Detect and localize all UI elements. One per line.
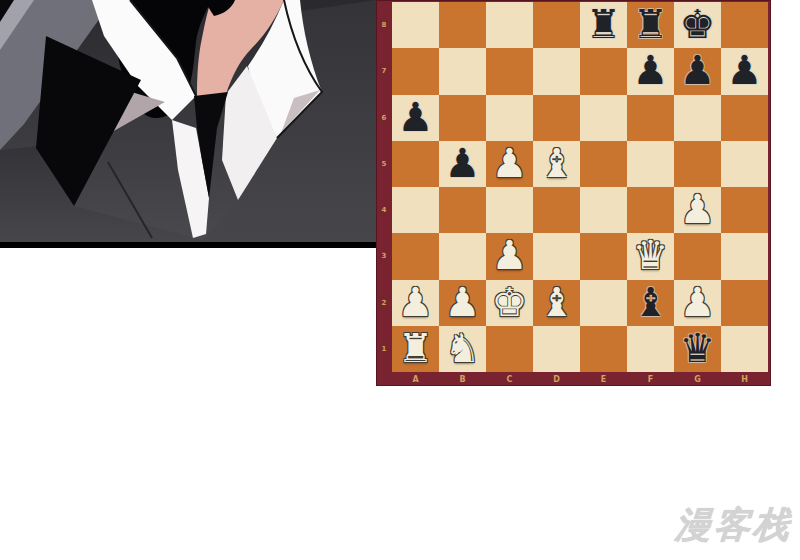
- piece-bp-g7: ♟: [680, 50, 716, 90]
- piece-wb-d2: ♝: [539, 282, 575, 322]
- square-e6: [580, 95, 627, 141]
- rank-label-2: 2: [376, 280, 392, 326]
- square-f5: [627, 141, 674, 187]
- file-label-b: B: [439, 372, 486, 386]
- square-e3: [580, 233, 627, 279]
- piece-bq-g1: ♛: [680, 328, 716, 368]
- square-a3: [392, 233, 439, 279]
- file-label-a: A: [392, 372, 439, 386]
- rank-label-7: 7: [376, 48, 392, 94]
- square-d3: [533, 233, 580, 279]
- square-h3: [721, 233, 768, 279]
- square-g3: [674, 233, 721, 279]
- square-d6: [533, 95, 580, 141]
- square-f8: ♜: [627, 2, 674, 48]
- square-d2: ♝: [533, 280, 580, 326]
- square-c3: ♟: [486, 233, 533, 279]
- square-d1: [533, 326, 580, 372]
- rank-label-6: 6: [376, 95, 392, 141]
- square-a7: [392, 48, 439, 94]
- square-a2: ♟: [392, 280, 439, 326]
- square-f4: [627, 187, 674, 233]
- square-a4: [392, 187, 439, 233]
- square-e1: [580, 326, 627, 372]
- piece-wp-c5: ♟: [492, 143, 528, 183]
- piece-br-f8: ♜: [633, 4, 669, 44]
- square-c1: [486, 326, 533, 372]
- file-label-d: D: [533, 372, 580, 386]
- square-h7: ♟: [721, 48, 768, 94]
- square-g5: [674, 141, 721, 187]
- square-g7: ♟: [674, 48, 721, 94]
- square-g1: ♛: [674, 326, 721, 372]
- square-h4: [721, 187, 768, 233]
- square-h1: [721, 326, 768, 372]
- square-e7: [580, 48, 627, 94]
- piece-wq-f3: ♛: [633, 235, 669, 275]
- piece-wn-b1: ♞: [445, 328, 481, 368]
- square-b3: [439, 233, 486, 279]
- piece-bk-g8: ♚: [680, 4, 716, 44]
- file-label-h: H: [721, 372, 768, 386]
- square-b8: [439, 2, 486, 48]
- piece-wp-g4: ♟: [680, 189, 716, 229]
- square-d7: [533, 48, 580, 94]
- square-b7: [439, 48, 486, 94]
- square-c8: [486, 2, 533, 48]
- square-c7: [486, 48, 533, 94]
- piece-wp-c3: ♟: [492, 235, 528, 275]
- file-labels: ABCDEFGH: [392, 372, 768, 386]
- square-a6: ♟: [392, 95, 439, 141]
- square-h5: [721, 141, 768, 187]
- square-c6: [486, 95, 533, 141]
- square-f3: ♛: [627, 233, 674, 279]
- file-label-g: G: [674, 372, 721, 386]
- piece-wp-b2: ♟: [445, 282, 481, 322]
- square-a1: ♜: [392, 326, 439, 372]
- art-panel: [0, 0, 376, 248]
- rank-label-4: 4: [376, 187, 392, 233]
- square-c4: [486, 187, 533, 233]
- square-f2: ♝: [627, 280, 674, 326]
- piece-bp-f7: ♟: [633, 50, 669, 90]
- file-label-e: E: [580, 372, 627, 386]
- site-watermark: 漫客栈: [673, 501, 793, 550]
- piece-wb-d5: ♝: [539, 143, 575, 183]
- piece-wk-c2: ♚: [492, 282, 528, 322]
- piece-wp-a2: ♟: [398, 282, 434, 322]
- square-h6: [721, 95, 768, 141]
- piece-bb-f2: ♝: [633, 282, 669, 322]
- square-e5: [580, 141, 627, 187]
- rank-labels: 87654321: [376, 2, 392, 372]
- square-b1: ♞: [439, 326, 486, 372]
- square-f1: [627, 326, 674, 372]
- square-g6: [674, 95, 721, 141]
- chess-board: 87654321 ♜♜♚♟♟♟♟♟♟♝♟♟♛♟♟♚♝♝♟♜♞♛ ABCDEFGH: [376, 0, 771, 386]
- square-a8: [392, 2, 439, 48]
- square-b5: ♟: [439, 141, 486, 187]
- panel-bottom-border: [0, 242, 376, 248]
- file-label-c: C: [486, 372, 533, 386]
- file-label-f: F: [627, 372, 674, 386]
- square-g8: ♚: [674, 2, 721, 48]
- rank-label-5: 5: [376, 141, 392, 187]
- square-b6: [439, 95, 486, 141]
- piece-br-e8: ♜: [586, 4, 622, 44]
- rank-label-3: 3: [376, 233, 392, 279]
- square-b4: [439, 187, 486, 233]
- square-h8: [721, 2, 768, 48]
- square-b2: ♟: [439, 280, 486, 326]
- square-e8: ♜: [580, 2, 627, 48]
- square-h2: [721, 280, 768, 326]
- square-f7: ♟: [627, 48, 674, 94]
- piece-wp-g2: ♟: [680, 282, 716, 322]
- square-e2: [580, 280, 627, 326]
- board-squares: ♜♜♚♟♟♟♟♟♟♝♟♟♛♟♟♚♝♝♟♜♞♛: [392, 2, 768, 372]
- piece-bp-a6: ♟: [398, 97, 434, 137]
- square-d4: [533, 187, 580, 233]
- square-c5: ♟: [486, 141, 533, 187]
- rank-label-8: 8: [376, 2, 392, 48]
- square-f6: [627, 95, 674, 141]
- piece-bp-b5: ♟: [445, 143, 481, 183]
- rank-label-1: 1: [376, 326, 392, 372]
- square-g2: ♟: [674, 280, 721, 326]
- square-a5: [392, 141, 439, 187]
- piece-bp-h7: ♟: [727, 50, 763, 90]
- piece-wr-a1: ♜: [398, 328, 434, 368]
- square-d8: [533, 2, 580, 48]
- square-e4: [580, 187, 627, 233]
- square-g4: ♟: [674, 187, 721, 233]
- square-c2: ♚: [486, 280, 533, 326]
- square-d5: ♝: [533, 141, 580, 187]
